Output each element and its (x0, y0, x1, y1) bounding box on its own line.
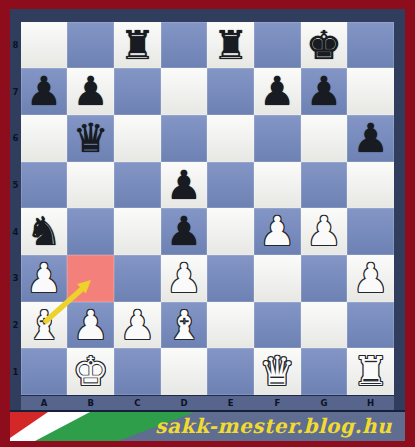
rank-label-4: 4 (10, 208, 21, 255)
white-pawn-h3: ♟ (347, 255, 394, 302)
black-pawn-b7: ♟ (67, 68, 114, 115)
square-b3 (67, 255, 114, 302)
square-h1: ♜ (347, 348, 394, 395)
rank-label-1: 1 (10, 348, 21, 395)
footer-banner: sakk-mester.blog.hu (10, 412, 405, 441)
square-h8 (347, 22, 394, 69)
square-g7: ♟ (301, 68, 348, 115)
square-d4: ♟ (161, 208, 208, 255)
square-c1 (114, 348, 161, 395)
black-pawn-h6: ♟ (347, 115, 394, 162)
square-g6 (301, 115, 348, 162)
square-a2: ♝ (21, 302, 68, 349)
square-a1 (21, 348, 68, 395)
black-rook-e8: ♜ (207, 22, 254, 69)
file-label-c: C (114, 396, 161, 411)
white-pawn-b2: ♟ (67, 302, 114, 349)
watermark-text: sakk-mester.blog.hu (155, 414, 392, 438)
board-zone: 87654321 ♜♜♚♟♟♟♟♛♟♟♞♟♟♟♟♟♟♝♟♟♝♚♛♜ (10, 22, 405, 395)
square-c2: ♟ (114, 302, 161, 349)
file-label-h: H (347, 396, 394, 411)
rank-labels: 87654321 (10, 22, 21, 395)
diagram-inner-margin: 87654321 ♜♜♚♟♟♟♟♛♟♟♞♟♟♟♟♟♟♝♟♟♝♚♛♜ ABCDEF… (10, 9, 405, 441)
black-pawn-a7: ♟ (21, 68, 68, 115)
white-rook-h1: ♜ (347, 348, 394, 395)
square-e5 (207, 162, 254, 209)
square-f7: ♟ (254, 68, 301, 115)
square-c8: ♜ (114, 22, 161, 69)
white-bishop-a2: ♝ (21, 302, 68, 349)
square-c3 (114, 255, 161, 302)
square-d7 (161, 68, 208, 115)
square-f1: ♛ (254, 348, 301, 395)
square-f5 (254, 162, 301, 209)
file-label-f: F (254, 396, 301, 411)
square-g5 (301, 162, 348, 209)
square-d6 (161, 115, 208, 162)
square-e6 (207, 115, 254, 162)
square-a8 (21, 22, 68, 69)
square-e4 (207, 208, 254, 255)
square-h6: ♟ (347, 115, 394, 162)
chess-board: ♜♜♚♟♟♟♟♛♟♟♞♟♟♟♟♟♟♝♟♟♝♚♛♜ (21, 22, 394, 395)
square-g2 (301, 302, 348, 349)
rank-label-2: 2 (10, 302, 21, 349)
square-d5: ♟ (161, 162, 208, 209)
square-e2 (207, 302, 254, 349)
black-pawn-f7: ♟ (254, 68, 301, 115)
square-f6 (254, 115, 301, 162)
square-g3 (301, 255, 348, 302)
rank-label-5: 5 (10, 162, 21, 209)
square-f2 (254, 302, 301, 349)
black-pawn-d4: ♟ (161, 208, 208, 255)
square-f4: ♟ (254, 208, 301, 255)
square-f8 (254, 22, 301, 69)
square-b1: ♚ (67, 348, 114, 395)
square-d2: ♝ (161, 302, 208, 349)
square-h5 (347, 162, 394, 209)
file-label-a: A (21, 396, 68, 411)
square-e3 (207, 255, 254, 302)
white-pawn-a3: ♟ (21, 255, 68, 302)
square-b4 (67, 208, 114, 255)
square-a6 (21, 115, 68, 162)
square-g1 (301, 348, 348, 395)
file-labels: ABCDEFGH (21, 395, 394, 411)
square-c7 (114, 68, 161, 115)
square-a3: ♟ (21, 255, 68, 302)
file-label-b: B (67, 396, 114, 411)
square-h7 (347, 68, 394, 115)
square-a5 (21, 162, 68, 209)
square-h3: ♟ (347, 255, 394, 302)
square-d8 (161, 22, 208, 69)
black-queen-b6: ♛ (67, 115, 114, 162)
diagram-frame: 87654321 ♜♜♚♟♟♟♟♛♟♟♞♟♟♟♟♟♟♝♟♟♝♚♛♜ ABCDEF… (0, 0, 415, 447)
board-wrap: ♜♜♚♟♟♟♟♛♟♟♞♟♟♟♟♟♟♝♟♟♝♚♛♜ (21, 22, 394, 395)
black-pawn-d5: ♟ (161, 162, 208, 209)
square-b2: ♟ (67, 302, 114, 349)
rank-label-8: 8 (10, 22, 21, 69)
square-e1 (207, 348, 254, 395)
square-f3 (254, 255, 301, 302)
square-a7: ♟ (21, 68, 68, 115)
white-pawn-g4: ♟ (301, 208, 348, 255)
square-h2 (347, 302, 394, 349)
square-c4 (114, 208, 161, 255)
file-label-e: E (207, 396, 254, 411)
rank-label-7: 7 (10, 68, 21, 115)
white-pawn-d3: ♟ (161, 255, 208, 302)
square-b8 (67, 22, 114, 69)
rank-label-6: 6 (10, 115, 21, 162)
square-g4: ♟ (301, 208, 348, 255)
square-h4 (347, 208, 394, 255)
white-pawn-c2: ♟ (114, 302, 161, 349)
square-d1 (161, 348, 208, 395)
white-pawn-f4: ♟ (254, 208, 301, 255)
square-b6: ♛ (67, 115, 114, 162)
white-bishop-d2: ♝ (161, 302, 208, 349)
black-knight-a4: ♞ (21, 208, 68, 255)
square-g8: ♚ (301, 22, 348, 69)
black-king-g8: ♚ (301, 22, 348, 69)
square-b5 (67, 162, 114, 209)
square-a4: ♞ (21, 208, 68, 255)
rank-label-3: 3 (10, 255, 21, 302)
square-e8: ♜ (207, 22, 254, 69)
white-king-b1: ♚ (67, 348, 114, 395)
square-b7: ♟ (67, 68, 114, 115)
square-e7 (207, 68, 254, 115)
black-pawn-g7: ♟ (301, 68, 348, 115)
square-d3: ♟ (161, 255, 208, 302)
white-queen-f1: ♛ (254, 348, 301, 395)
file-label-d: D (161, 396, 208, 411)
file-label-g: G (301, 396, 348, 411)
square-c6 (114, 115, 161, 162)
black-rook-c8: ♜ (114, 22, 161, 69)
square-c5 (114, 162, 161, 209)
